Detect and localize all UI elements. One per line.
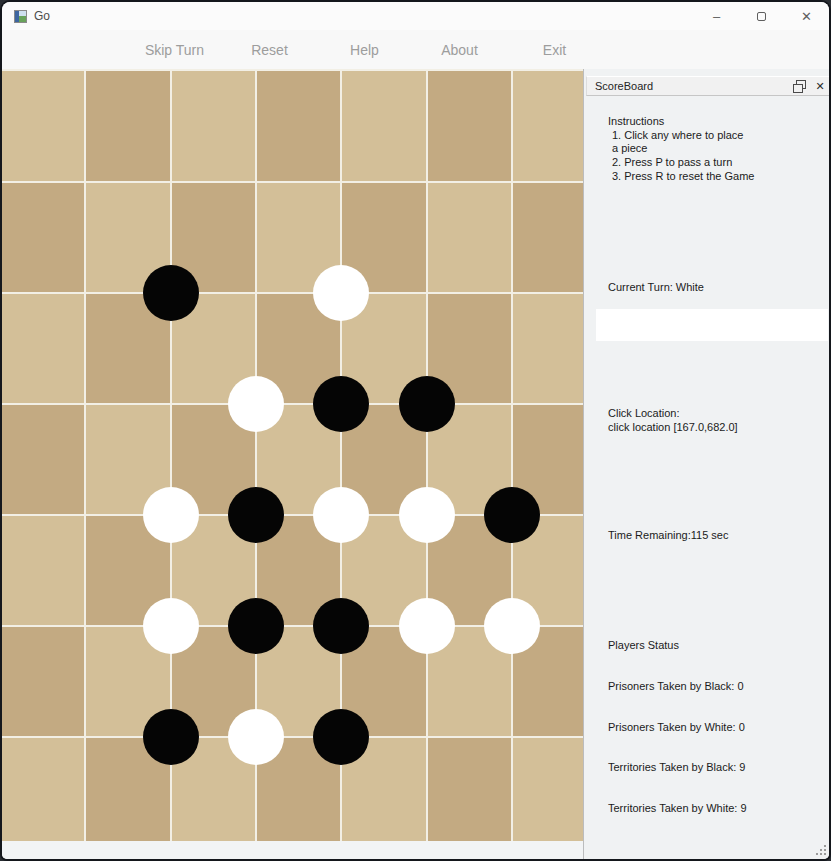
close-button[interactable]: ✕: [784, 2, 829, 30]
board-cell[interactable]: [427, 71, 512, 182]
white-stone: [143, 487, 199, 543]
turn-color-swatch: [596, 309, 828, 341]
black-stone: [143, 709, 199, 765]
board-cell[interactable]: [512, 737, 583, 841]
board-cell[interactable]: [171, 71, 256, 182]
menu-item-help[interactable]: Help: [317, 30, 412, 69]
board-cell[interactable]: [341, 71, 426, 182]
scoreboard-panel: ScoreBoard ✕ Instructions1. Click any wh…: [583, 69, 829, 859]
dock-close-icon[interactable]: ✕: [813, 79, 827, 93]
maximize-icon: [757, 12, 766, 21]
app-window: Go – ✕ Skip TurnResetHelpAboutExit: [0, 0, 831, 861]
white-stone: [399, 598, 455, 654]
board-cell[interactable]: [512, 71, 583, 182]
instruction-line: 3. Press R to reset the Game: [608, 170, 754, 184]
menu-bar: Skip TurnResetHelpAboutExit: [2, 30, 829, 69]
black-stone: [313, 709, 369, 765]
board-cell[interactable]: [85, 71, 170, 182]
instruction-line: a piece: [608, 142, 754, 156]
board-cell[interactable]: [427, 182, 512, 293]
board-cell[interactable]: [512, 293, 583, 404]
board-cell[interactable]: [427, 737, 512, 841]
panel-left-edge: [583, 69, 584, 859]
board-cell[interactable]: [2, 182, 85, 293]
board-cell[interactable]: [2, 293, 85, 404]
go-board[interactable]: [2, 69, 583, 841]
territories-black-label: Territories Taken by Black: 9: [608, 760, 745, 774]
title-bar: Go – ✕: [2, 2, 829, 30]
black-stone: [228, 487, 284, 543]
black-stone: [143, 265, 199, 321]
board-cell[interactable]: [2, 71, 85, 182]
board-cell[interactable]: [2, 626, 85, 737]
white-stone: [399, 487, 455, 543]
minimize-button[interactable]: –: [694, 2, 739, 30]
grid-line: [84, 69, 86, 841]
grid-line: [2, 736, 583, 738]
float-dock-icon[interactable]: [793, 84, 801, 91]
board-cell[interactable]: [2, 404, 85, 515]
grid-line: [2, 403, 583, 405]
instruction-line: Instructions: [608, 115, 754, 129]
window-title: Go: [34, 9, 50, 23]
white-stone: [313, 487, 369, 543]
board-cell[interactable]: [2, 737, 85, 841]
click-location-block: Click Location: click location [167.0,68…: [608, 406, 738, 434]
prisoners-black-label: Prisoners Taken by Black: 0: [608, 679, 744, 693]
resize-grip[interactable]: [816, 845, 818, 847]
black-stone: [313, 598, 369, 654]
menu-item-about[interactable]: About: [412, 30, 507, 69]
black-stone: [228, 598, 284, 654]
window-controls: – ✕: [694, 2, 829, 30]
white-stone: [143, 598, 199, 654]
minimize-icon: –: [713, 9, 720, 24]
dock-title: ScoreBoard: [595, 80, 653, 92]
instructions-block: Instructions1. Click any where to placea…: [608, 115, 754, 184]
white-stone: [228, 709, 284, 765]
grid-line: [426, 69, 428, 841]
white-stone: [484, 598, 540, 654]
click-location-value: click location [167.0,682.0]: [608, 420, 738, 434]
menu-item-exit[interactable]: Exit: [507, 30, 602, 69]
board-cell[interactable]: [256, 71, 341, 182]
white-stone: [313, 265, 369, 321]
instruction-line: 2. Press P to pass a turn: [608, 156, 754, 170]
app-icon: [14, 10, 27, 23]
instruction-line: 1. Click any where to place: [608, 129, 754, 143]
territories-white-label: Territories Taken by White: 9: [608, 801, 747, 815]
grid-line: [2, 292, 583, 294]
dock-title-bar: ScoreBoard ✕: [586, 76, 829, 96]
grid-line: [2, 69, 583, 71]
grid-line: [2, 181, 583, 183]
players-status-label: Players Status: [608, 638, 679, 652]
status-strip: [2, 841, 583, 859]
board-cell[interactable]: [2, 515, 85, 626]
black-stone: [399, 376, 455, 432]
maximize-button[interactable]: [739, 2, 784, 30]
menu-item-skip-turn[interactable]: Skip Turn: [127, 30, 222, 69]
close-icon: ✕: [801, 9, 812, 24]
grid-line: [511, 69, 513, 841]
white-stone: [228, 376, 284, 432]
black-stone: [484, 487, 540, 543]
window-inner: Go – ✕ Skip TurnResetHelpAboutExit: [2, 2, 829, 859]
current-turn-label: Current Turn: White: [608, 280, 704, 294]
black-stone: [313, 376, 369, 432]
click-location-label: Click Location:: [608, 406, 738, 420]
app-icon-part: [19, 16, 26, 22]
time-remaining-label: Time Remaining:115 sec: [608, 528, 728, 542]
menu-item-reset[interactable]: Reset: [222, 30, 317, 69]
board-cell[interactable]: [512, 182, 583, 293]
prisoners-white-label: Prisoners Taken by White: 0: [608, 720, 745, 734]
